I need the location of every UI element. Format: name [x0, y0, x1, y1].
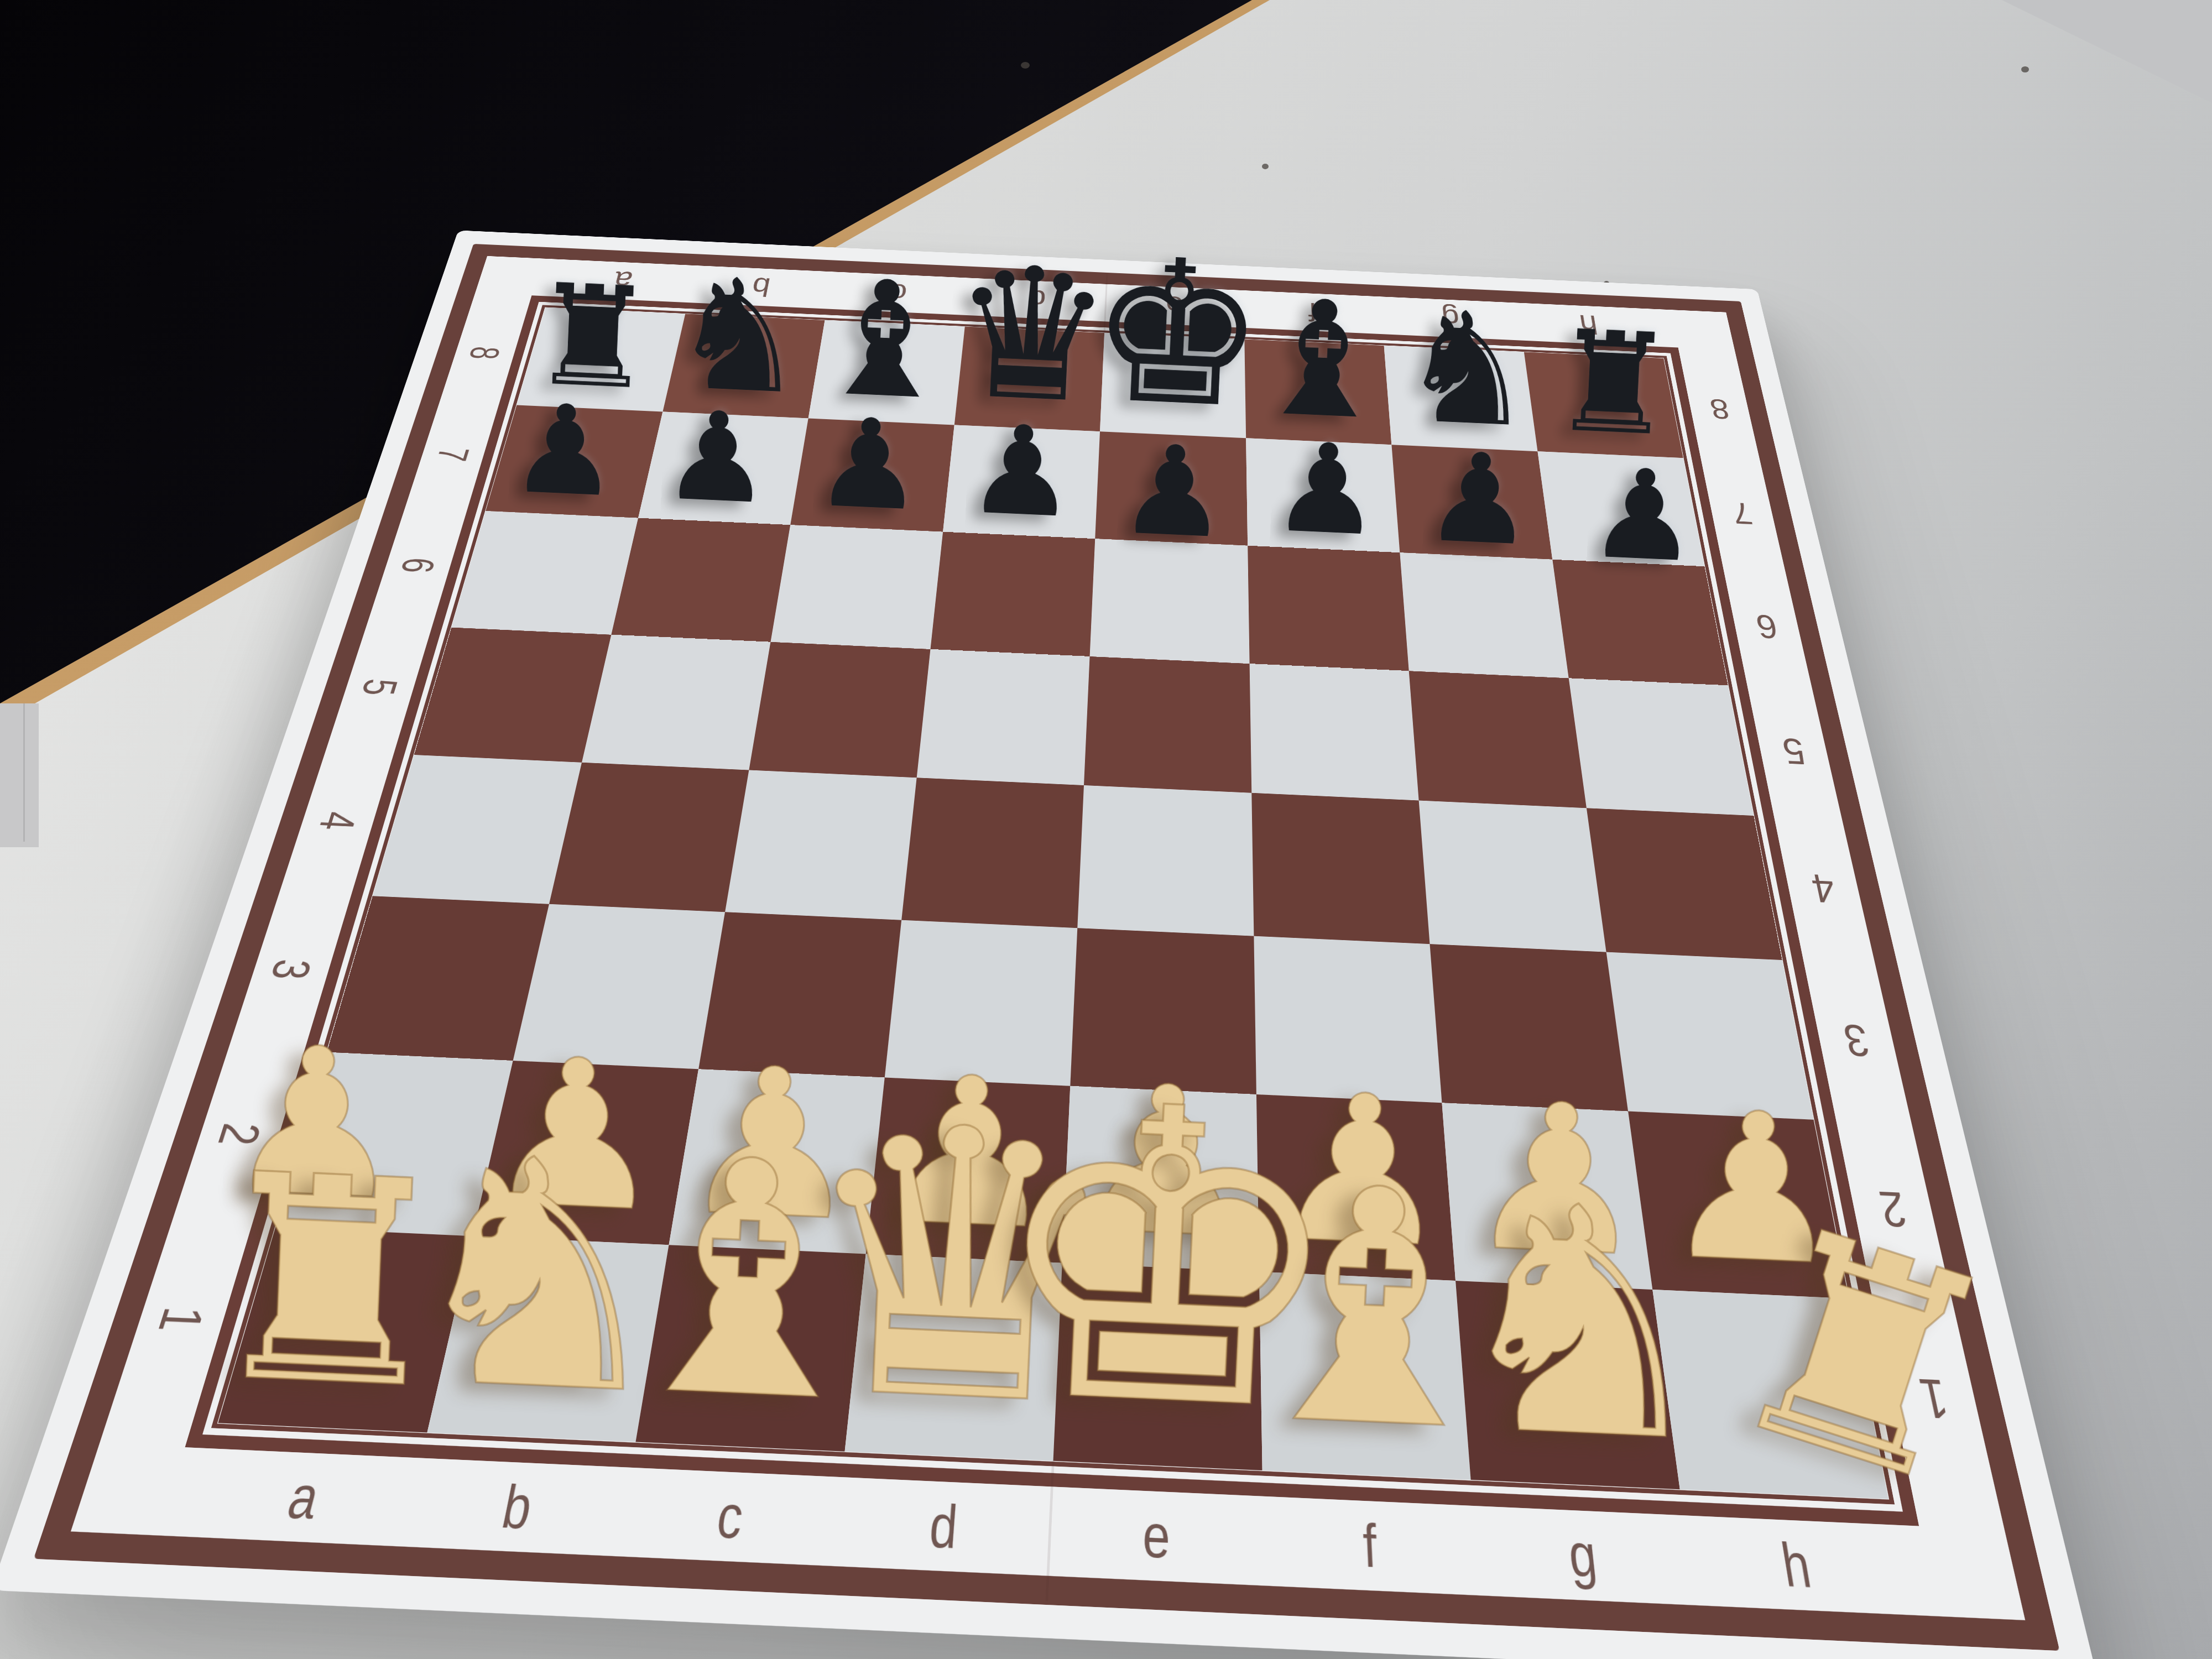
square-g7[interactable]: ♟ [1391, 445, 1552, 560]
photo-scene: aabbccddeeffgghh8877665544332211 ♜♞♝♛♚♝♞… [0, 0, 2212, 1659]
square-h6[interactable] [1552, 560, 1728, 685]
square-d7[interactable]: ♟ [943, 425, 1100, 539]
square-c4[interactable] [725, 770, 916, 920]
black-pawn[interactable]: ♟ [1117, 427, 1232, 556]
black-pawn[interactable]: ♟ [964, 408, 1079, 535]
file-label-top-g: g [1440, 302, 1461, 333]
black-pawn[interactable]: ♟ [660, 394, 774, 521]
square-g1[interactable]: ♞ [1455, 1280, 1679, 1489]
rank-label-left-7: 7 [426, 447, 479, 463]
white-knight[interactable]: ♞ [1436, 1161, 1729, 1486]
square-e4[interactable] [1077, 785, 1254, 936]
square-c7[interactable]: ♟ [790, 418, 954, 532]
square-g6[interactable] [1400, 552, 1568, 678]
black-rook[interactable]: ♜ [1548, 311, 1678, 455]
table-seam [23, 703, 25, 842]
square-g4[interactable] [1419, 801, 1606, 952]
square-h4[interactable] [1586, 808, 1782, 959]
square-f7[interactable]: ♟ [1246, 438, 1400, 552]
black-knight[interactable]: ♞ [1396, 289, 1540, 449]
table-speck [1262, 164, 1269, 169]
black-pawn[interactable]: ♟ [812, 401, 926, 529]
rank-label-left-8: 8 [460, 346, 510, 360]
file-label-top-e: e [1166, 290, 1184, 321]
square-e7[interactable]: ♟ [1095, 431, 1248, 546]
square-b4[interactable] [549, 763, 749, 912]
file-label-top-d: d [1027, 284, 1047, 315]
square-g5[interactable] [1409, 671, 1587, 808]
black-king[interactable]: ♚ [1086, 231, 1270, 437]
table-speck [1021, 62, 1030, 69]
black-pawn[interactable]: ♟ [1586, 451, 1702, 580]
black-pawn[interactable]: ♟ [1422, 435, 1537, 564]
table-speck [2021, 66, 2029, 72]
rank-label-left-5: 5 [351, 677, 409, 696]
chair-sliver [0, 703, 39, 847]
square-f4[interactable] [1251, 793, 1430, 944]
rank-label-left-6: 6 [390, 557, 446, 574]
black-pawn[interactable]: ♟ [508, 387, 622, 515]
square-b5[interactable] [582, 634, 771, 770]
square-h7[interactable]: ♟ [1537, 451, 1704, 566]
file-label-top-f: f [1308, 297, 1318, 327]
square-c5[interactable] [749, 641, 930, 778]
square-d5[interactable] [916, 649, 1089, 785]
square-d4[interactable] [901, 778, 1084, 927]
black-pawn[interactable]: ♟ [1269, 426, 1384, 554]
square-b7[interactable]: ♟ [638, 411, 808, 525]
